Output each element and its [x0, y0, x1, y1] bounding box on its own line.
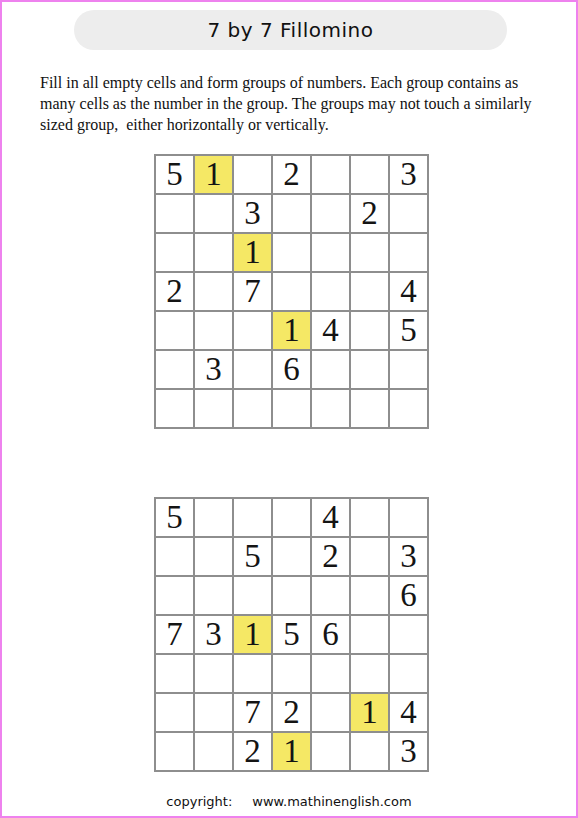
- p1-cell-r7c6: [351, 390, 388, 427]
- p2-cell-r5c2: [195, 655, 232, 692]
- p1-cell-r1c7: 3: [390, 156, 427, 193]
- p1-cell-r7c4: [273, 390, 310, 427]
- p2-cell-r1c7: [390, 499, 427, 536]
- p2-cell-r3c3: [234, 577, 271, 614]
- copyright-label: copyright:: [166, 794, 232, 809]
- p2-cell-r1c6: [351, 499, 388, 536]
- p2-cell-r5c4: [273, 655, 310, 692]
- p2-cell-r2c2: [195, 538, 232, 575]
- p2-cell-r5c5: [312, 655, 349, 692]
- p1-cell-r6c5: [312, 351, 349, 388]
- p2-cell-r6c5: [312, 694, 349, 731]
- p1-cell-r5c3: [234, 312, 271, 349]
- p2-cell-r5c7: [390, 655, 427, 692]
- p1-cell-r5c4: 1: [273, 312, 310, 349]
- p2-cell-r7c6: [351, 733, 388, 770]
- p1-cell-r6c6: [351, 351, 388, 388]
- p2-cell-r3c1: [156, 577, 193, 614]
- p1-cell-r5c1: [156, 312, 193, 349]
- p2-cell-r2c7: 3: [390, 538, 427, 575]
- p1-cell-r3c3: 1: [234, 234, 271, 271]
- p1-cell-r2c6: 2: [351, 195, 388, 232]
- p2-cell-r2c5: 2: [312, 538, 349, 575]
- fillomino-grid-1: 512332127414536: [154, 154, 429, 429]
- p1-cell-r6c1: [156, 351, 193, 388]
- p1-cell-r4c4: [273, 273, 310, 310]
- p2-cell-r2c3: 5: [234, 538, 271, 575]
- fillomino-grid-2: 545236731567214213: [154, 497, 429, 772]
- p2-cell-r2c6: [351, 538, 388, 575]
- p1-cell-r7c7: [390, 390, 427, 427]
- page-title: 7 by 7 Fillomino: [74, 10, 507, 50]
- p2-cell-r4c2: 3: [195, 616, 232, 653]
- p2-cell-r4c6: [351, 616, 388, 653]
- p1-cell-r4c1: 2: [156, 273, 193, 310]
- p1-cell-r5c7: 5: [390, 312, 427, 349]
- p2-cell-r6c6: 1: [351, 694, 388, 731]
- p1-cell-r2c5: [312, 195, 349, 232]
- p1-cell-r2c2: [195, 195, 232, 232]
- copyright-footer: copyright: www.mathinenglish.com: [2, 794, 576, 809]
- p1-cell-r2c4: [273, 195, 310, 232]
- p2-cell-r7c5: [312, 733, 349, 770]
- p2-cell-r6c4: 2: [273, 694, 310, 731]
- p1-cell-r2c3: 3: [234, 195, 271, 232]
- p1-cell-r7c1: [156, 390, 193, 427]
- p2-cell-r7c2: [195, 733, 232, 770]
- p2-cell-r4c7: [390, 616, 427, 653]
- p2-cell-r1c4: [273, 499, 310, 536]
- p2-cell-r4c5: 6: [312, 616, 349, 653]
- instructions-line-2: many cells as the number in the group. T…: [40, 93, 552, 114]
- p1-cell-r3c6: [351, 234, 388, 271]
- p2-cell-r3c5: [312, 577, 349, 614]
- p2-cell-r6c1: [156, 694, 193, 731]
- p2-cell-r1c3: [234, 499, 271, 536]
- p1-cell-r4c6: [351, 273, 388, 310]
- p2-cell-r4c1: 7: [156, 616, 193, 653]
- p2-cell-r5c6: [351, 655, 388, 692]
- p1-cell-r1c6: [351, 156, 388, 193]
- p1-cell-r1c4: 2: [273, 156, 310, 193]
- p2-cell-r1c2: [195, 499, 232, 536]
- p2-cell-r3c2: [195, 577, 232, 614]
- p1-cell-r1c1: 5: [156, 156, 193, 193]
- p1-cell-r3c1: [156, 234, 193, 271]
- p1-cell-r3c7: [390, 234, 427, 271]
- p2-cell-r7c3: 2: [234, 733, 271, 770]
- p1-cell-r2c7: [390, 195, 427, 232]
- p1-cell-r1c3: [234, 156, 271, 193]
- p2-cell-r5c3: [234, 655, 271, 692]
- p1-cell-r1c5: [312, 156, 349, 193]
- p2-cell-r3c4: [273, 577, 310, 614]
- p1-cell-r3c4: [273, 234, 310, 271]
- p1-cell-r4c3: 7: [234, 273, 271, 310]
- p1-cell-r6c4: 6: [273, 351, 310, 388]
- p2-cell-r5c1: [156, 655, 193, 692]
- p2-cell-r1c5: 4: [312, 499, 349, 536]
- p2-cell-r2c4: [273, 538, 310, 575]
- p1-cell-r6c3: [234, 351, 271, 388]
- p2-cell-r6c7: 4: [390, 694, 427, 731]
- instructions-line-3: sized group, either horizontally or vert…: [40, 114, 552, 135]
- p2-cell-r4c4: 5: [273, 616, 310, 653]
- copyright-site: www.mathinenglish.com: [252, 794, 411, 809]
- instructions-line-1: Fill in all empty cells and form groups …: [40, 72, 552, 93]
- p1-cell-r3c5: [312, 234, 349, 271]
- worksheet-page: 7 by 7 Fillomino Fill in all empty cells…: [0, 0, 578, 818]
- p2-cell-r1c1: 5: [156, 499, 193, 536]
- p1-cell-r7c5: [312, 390, 349, 427]
- p1-cell-r5c6: [351, 312, 388, 349]
- p1-cell-r7c3: [234, 390, 271, 427]
- p2-cell-r7c1: [156, 733, 193, 770]
- p1-cell-r1c2: 1: [195, 156, 232, 193]
- p1-cell-r5c5: 4: [312, 312, 349, 349]
- p2-cell-r3c6: [351, 577, 388, 614]
- p2-cell-r4c3: 1: [234, 616, 271, 653]
- p2-cell-r3c7: 6: [390, 577, 427, 614]
- page-title-text: 7 by 7 Fillomino: [208, 18, 374, 42]
- p1-cell-r2c1: [156, 195, 193, 232]
- p1-cell-r5c2: [195, 312, 232, 349]
- p1-cell-r3c2: [195, 234, 232, 271]
- p1-cell-r6c2: 3: [195, 351, 232, 388]
- p1-cell-r4c7: 4: [390, 273, 427, 310]
- p2-cell-r2c1: [156, 538, 193, 575]
- p2-cell-r7c4: 1: [273, 733, 310, 770]
- instructions-text: Fill in all empty cells and form groups …: [40, 72, 552, 135]
- p1-cell-r4c5: [312, 273, 349, 310]
- p2-cell-r6c3: 7: [234, 694, 271, 731]
- p1-cell-r6c7: [390, 351, 427, 388]
- p2-cell-r6c2: [195, 694, 232, 731]
- p2-cell-r7c7: 3: [390, 733, 427, 770]
- p1-cell-r4c2: [195, 273, 232, 310]
- p1-cell-r7c2: [195, 390, 232, 427]
